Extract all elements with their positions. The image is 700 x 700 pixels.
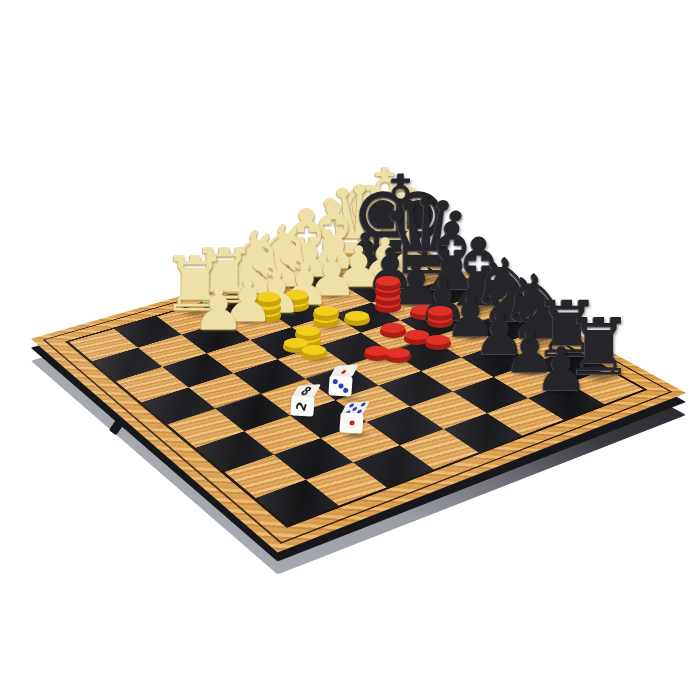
die-pip bbox=[359, 403, 365, 407]
checker-yellow bbox=[301, 347, 327, 360]
checker-red bbox=[425, 337, 451, 350]
die-number-front: 2 bbox=[293, 400, 310, 413]
checker-red bbox=[380, 325, 406, 338]
pieces-layer: ♜♜♞♞♝♝♛♚♟♟♟♟♟♟♟♟♚♛♝♝♞♞♜♜♟♟♟♟♟♟♟♟82 bbox=[0, 0, 700, 700]
product-photo-chess-set: ♜♜♞♞♝♝♛♚♟♟♟♟♟♟♟♟♚♛♝♝♞♞♜♜♟♟♟♟♟♟♟♟82 bbox=[0, 0, 700, 700]
die-front-face: 2 bbox=[290, 395, 314, 417]
checker-yellow bbox=[313, 308, 339, 321]
chess-piece-black-pawn: ♟ bbox=[535, 339, 589, 399]
checker-red bbox=[385, 350, 411, 363]
checker-red bbox=[375, 278, 401, 291]
die-front-face bbox=[328, 375, 352, 397]
die-pip bbox=[333, 379, 338, 384]
checker-yellow bbox=[344, 313, 370, 326]
die-pip bbox=[343, 388, 348, 393]
die-front-face bbox=[339, 412, 363, 434]
die-pip bbox=[341, 369, 347, 373]
chess-piece-white-pawn: ♟ bbox=[193, 280, 245, 338]
die-pip bbox=[349, 420, 354, 425]
die-pip bbox=[338, 383, 343, 388]
